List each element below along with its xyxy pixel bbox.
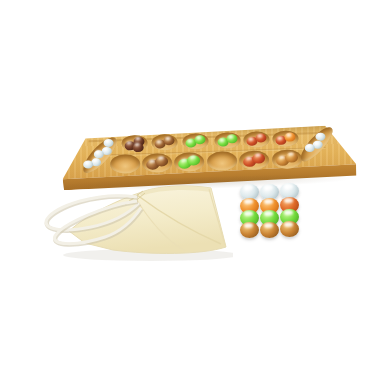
stone-highlight [244, 211, 253, 216]
stone-highlight [244, 185, 253, 190]
stone-highlight [244, 199, 253, 204]
loose-stone-amber [280, 221, 299, 237]
stone-highlight [284, 222, 293, 227]
stone-highlight [284, 198, 293, 203]
loose-stones-grid [0, 0, 390, 390]
loose-stone-amber [240, 222, 259, 238]
stone-highlight [264, 199, 273, 204]
stone-highlight [264, 223, 273, 228]
stone-highlight [284, 210, 293, 215]
stone-highlight [264, 211, 273, 216]
stone-highlight [264, 185, 273, 190]
stone-highlight [244, 223, 253, 228]
stone-highlight [284, 184, 293, 189]
loose-stone-amber [260, 222, 279, 238]
mancala-product-photo [0, 0, 390, 390]
